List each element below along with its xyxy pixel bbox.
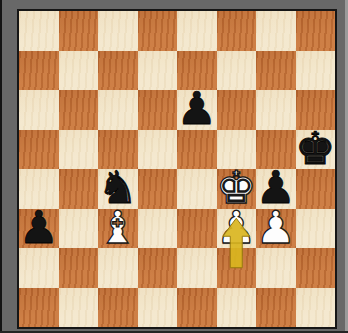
square-f7[interactable]	[217, 51, 257, 91]
square-g8[interactable]	[256, 11, 296, 51]
square-d4[interactable]	[138, 169, 178, 209]
square-g6[interactable]	[256, 90, 296, 130]
square-h3[interactable]	[296, 209, 336, 249]
square-h1[interactable]	[296, 288, 336, 328]
square-f1[interactable]	[217, 288, 257, 328]
square-b2[interactable]	[59, 248, 99, 288]
square-c8[interactable]	[98, 11, 138, 51]
square-a2[interactable]	[19, 248, 59, 288]
square-c6[interactable]	[98, 90, 138, 130]
square-h8[interactable]	[296, 11, 336, 51]
square-d3[interactable]	[138, 209, 178, 249]
square-b4[interactable]	[59, 169, 99, 209]
piece-black-king-h5[interactable]: ♚	[295, 126, 335, 171]
piece-white-bishop-c3[interactable]: ♝	[98, 205, 138, 250]
square-b7[interactable]	[59, 51, 99, 91]
piece-black-pawn-a3[interactable]: ♟	[19, 205, 59, 250]
square-c1[interactable]	[98, 288, 138, 328]
chess-app-window: ♟♚♞♚♟♟♝♟♟	[0, 0, 348, 333]
square-e8[interactable]	[177, 11, 217, 51]
square-f2[interactable]	[217, 248, 257, 288]
square-b3[interactable]	[59, 209, 99, 249]
piece-black-pawn-e6[interactable]: ♟	[177, 86, 217, 131]
piece-white-pawn-g3[interactable]: ♟	[256, 205, 296, 250]
square-c2[interactable]	[98, 248, 138, 288]
square-a8[interactable]	[19, 11, 59, 51]
square-g3[interactable]: ♟	[256, 209, 296, 249]
square-h7[interactable]	[296, 51, 336, 91]
square-h5[interactable]: ♚	[296, 130, 336, 170]
chess-board: ♟♚♞♚♟♟♝♟♟	[17, 9, 337, 329]
square-e1[interactable]	[177, 288, 217, 328]
square-e3[interactable]	[177, 209, 217, 249]
square-f8[interactable]	[217, 11, 257, 51]
square-g7[interactable]	[256, 51, 296, 91]
square-f6[interactable]	[217, 90, 257, 130]
square-b5[interactable]	[59, 130, 99, 170]
square-g2[interactable]	[256, 248, 296, 288]
piece-white-pawn-f3[interactable]: ♟	[216, 205, 256, 250]
square-e6[interactable]: ♟	[177, 90, 217, 130]
square-a6[interactable]	[19, 90, 59, 130]
square-f3[interactable]: ♟	[217, 209, 257, 249]
square-d6[interactable]	[138, 90, 178, 130]
window-left-edge	[0, 0, 2, 333]
square-d1[interactable]	[138, 288, 178, 328]
square-a7[interactable]	[19, 51, 59, 91]
square-b8[interactable]	[59, 11, 99, 51]
square-e4[interactable]	[177, 169, 217, 209]
square-d8[interactable]	[138, 11, 178, 51]
square-g1[interactable]	[256, 288, 296, 328]
square-e5[interactable]	[177, 130, 217, 170]
square-d7[interactable]	[138, 51, 178, 91]
square-d5[interactable]	[138, 130, 178, 170]
square-c3[interactable]: ♝	[98, 209, 138, 249]
square-a3[interactable]: ♟	[19, 209, 59, 249]
square-a1[interactable]	[19, 288, 59, 328]
square-h2[interactable]	[296, 248, 336, 288]
square-b1[interactable]	[59, 288, 99, 328]
square-c7[interactable]	[98, 51, 138, 91]
square-b6[interactable]	[59, 90, 99, 130]
square-h4[interactable]	[296, 169, 336, 209]
square-e2[interactable]	[177, 248, 217, 288]
square-d2[interactable]	[138, 248, 178, 288]
square-a5[interactable]	[19, 130, 59, 170]
